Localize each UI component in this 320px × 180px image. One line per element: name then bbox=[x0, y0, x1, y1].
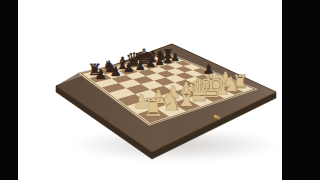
piece-black-p-b7: ♟ bbox=[110, 64, 122, 79]
piece-black-p-d7: ♟ bbox=[135, 59, 146, 73]
chess-board-scene: ♜♞♟♝♟♚♟♛♟♝♟♞♟♟♜♟♟♟♟♟♜♟♞♝♟♚♟♛♟♝♟♞♜ bbox=[0, 0, 320, 180]
piece-black-p-c7: ♟ bbox=[123, 60, 134, 75]
piece-black-p-a7: ♟ bbox=[94, 66, 106, 82]
piece-white-r-a1: ♜ bbox=[142, 94, 164, 122]
piece-black-p-f7: ♟ bbox=[155, 55, 165, 68]
letterbox-right bbox=[282, 0, 320, 180]
video-thumbnail: ♜♞♟♝♟♚♟♛♟♝♟♞♟♟♜♟♟♟♟♟♜♟♞♝♟♚♟♛♟♝♟♞♜ bbox=[0, 0, 320, 180]
piece-black-p-e7: ♟ bbox=[145, 56, 155, 70]
letterbox-left bbox=[0, 0, 18, 180]
